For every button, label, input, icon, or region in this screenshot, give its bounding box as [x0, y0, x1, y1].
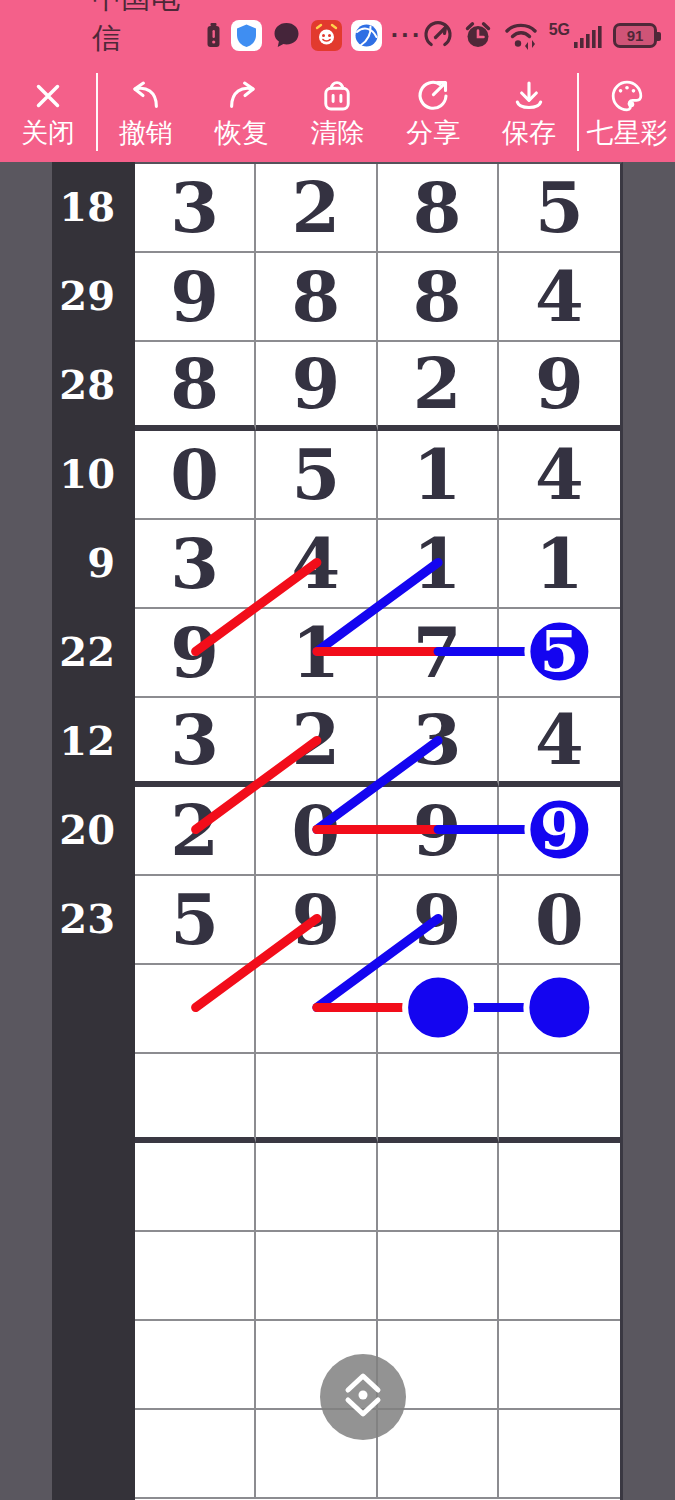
save-label: 保存 — [502, 120, 556, 147]
grid-cell[interactable] — [499, 1054, 620, 1143]
grid-cell[interactable]: 8 — [135, 342, 256, 431]
lottery-chart-area: 18292810922122023 3285988489290514341191… — [0, 162, 675, 1500]
grid-cell[interactable] — [256, 965, 377, 1054]
grid-cell[interactable]: 5 — [135, 876, 256, 965]
grid-cell[interactable] — [499, 609, 620, 698]
grid-cell[interactable]: 2 — [378, 342, 499, 431]
shield-app-icon — [231, 20, 262, 51]
grid-cell[interactable]: 8 — [378, 253, 499, 342]
grid-cell[interactable]: 4 — [499, 698, 620, 787]
grid-cell[interactable]: 4 — [499, 253, 620, 342]
grid-cell[interactable]: 4 — [499, 431, 620, 520]
redo-icon — [223, 77, 261, 115]
scroll-toggle-button[interactable] — [320, 1354, 406, 1440]
grid-cell[interactable] — [378, 1232, 499, 1321]
undo-button[interactable]: 撤销 — [98, 77, 194, 147]
game-mode-label: 七星彩 — [586, 120, 667, 147]
row-label: 20 — [52, 785, 135, 874]
message-app-icon — [271, 20, 302, 51]
grid-cell[interactable] — [256, 1232, 377, 1321]
grid-cell[interactable] — [135, 1054, 256, 1143]
row-label: 22 — [52, 607, 135, 696]
grid-cell[interactable] — [256, 1054, 377, 1143]
grid-cell[interactable] — [135, 965, 256, 1054]
share-icon — [414, 77, 452, 115]
row-label: 9 — [52, 518, 135, 607]
grid-cell[interactable]: 2 — [256, 698, 377, 787]
grid-cell[interactable]: 9 — [256, 876, 377, 965]
clear-button[interactable]: 清除 — [290, 77, 386, 147]
clear-label: 清除 — [310, 120, 364, 147]
close-button[interactable]: 关闭 — [0, 77, 96, 147]
undo-icon — [127, 77, 165, 115]
grid-cell[interactable]: 2 — [256, 164, 377, 253]
browser-app-icon — [351, 20, 382, 51]
scroll-vertical-icon — [320, 1352, 406, 1442]
share-button[interactable]: 分享 — [385, 77, 481, 147]
grid-cell[interactable] — [499, 1232, 620, 1321]
number-grid: 3285988489290514341191732342095990 — [135, 162, 623, 1500]
row-label: 12 — [52, 696, 135, 785]
wifi-icon — [503, 20, 539, 50]
redo-label: 恢复 — [215, 120, 269, 147]
palette-icon — [608, 77, 646, 115]
grid-cell[interactable]: 3 — [135, 164, 256, 253]
app-screen: 中国电信 10:20 ··· — [0, 0, 675, 1500]
row-label: 28 — [52, 340, 135, 429]
battery-alert-icon — [205, 21, 222, 49]
trash-icon — [318, 77, 356, 115]
grid-cell[interactable] — [378, 1143, 499, 1232]
signal-5g-icon: 5G — [549, 20, 603, 50]
row-label: 18 — [52, 162, 135, 251]
save-button[interactable]: 保存 — [481, 77, 577, 147]
grid-cell[interactable]: 1 — [378, 520, 499, 609]
redo-button[interactable]: 恢复 — [194, 77, 290, 147]
grid-cell[interactable] — [135, 1321, 256, 1410]
grid-cell[interactable] — [499, 1410, 620, 1499]
battery-icon: 91 — [613, 23, 657, 48]
grid-cell[interactable]: 2 — [135, 787, 256, 876]
share-label: 分享 — [406, 120, 460, 147]
row-label-column: 18292810922122023 — [52, 162, 135, 1500]
grid-cell[interactable]: 5 — [256, 431, 377, 520]
row-label: 10 — [52, 429, 135, 518]
data-saver-icon — [423, 20, 453, 50]
close-label: 关闭 — [21, 120, 75, 147]
battery-percent-text: 91 — [627, 27, 644, 44]
grid-cell[interactable]: 1 — [256, 609, 377, 698]
alarm-icon — [463, 20, 493, 50]
more-status-icons: ··· — [391, 20, 423, 51]
grid-cell[interactable]: 0 — [499, 876, 620, 965]
grid-cell[interactable]: 9 — [135, 253, 256, 342]
grid-cell[interactable]: 4 — [256, 520, 377, 609]
grid-cell[interactable] — [499, 1321, 620, 1410]
row-label: 29 — [52, 251, 135, 340]
grid-cell[interactable]: 5 — [499, 164, 620, 253]
grid-cell[interactable] — [499, 965, 620, 1054]
grid-cell[interactable] — [135, 1410, 256, 1499]
grid-cell[interactable]: 1 — [378, 431, 499, 520]
grid-cell[interactable]: 3 — [378, 698, 499, 787]
grid-cell[interactable] — [135, 1232, 256, 1321]
game-mode-button[interactable]: 七星彩 — [579, 77, 675, 147]
grid-cell[interactable]: 8 — [256, 253, 377, 342]
grid-cell[interactable]: 9 — [378, 876, 499, 965]
row-label: 23 — [52, 874, 135, 963]
close-icon — [29, 77, 67, 115]
save-icon — [510, 77, 548, 115]
grid-cell[interactable]: 0 — [256, 787, 377, 876]
grid-cell[interactable]: 9 — [499, 342, 620, 431]
grid-cell[interactable]: 3 — [135, 520, 256, 609]
grid-cell[interactable] — [135, 1143, 256, 1232]
undo-label: 撤销 — [119, 120, 173, 147]
red-app-icon — [311, 20, 342, 51]
grid-cell[interactable]: 7 — [378, 609, 499, 698]
grid-cell[interactable] — [499, 1143, 620, 1232]
status-bar: 中国电信 10:20 ··· — [0, 0, 675, 62]
grid-cell[interactable]: 9 — [256, 342, 377, 431]
grid-cell[interactable] — [378, 1054, 499, 1143]
grid-cell[interactable] — [256, 1143, 377, 1232]
grid-cell[interactable] — [499, 787, 620, 876]
grid-cell[interactable]: 9 — [135, 609, 256, 698]
grid-cell[interactable]: 3 — [135, 698, 256, 787]
grid-cell[interactable]: 9 — [378, 787, 499, 876]
grid-cell[interactable]: 1 — [499, 520, 620, 609]
grid-cell[interactable]: 0 — [135, 431, 256, 520]
network-type-label: 5G — [549, 22, 570, 38]
grid-cell[interactable]: 8 — [378, 164, 499, 253]
grid-cell[interactable] — [378, 965, 499, 1054]
toolbar: 关闭 撤销 恢复 清除 分享 — [0, 62, 675, 162]
